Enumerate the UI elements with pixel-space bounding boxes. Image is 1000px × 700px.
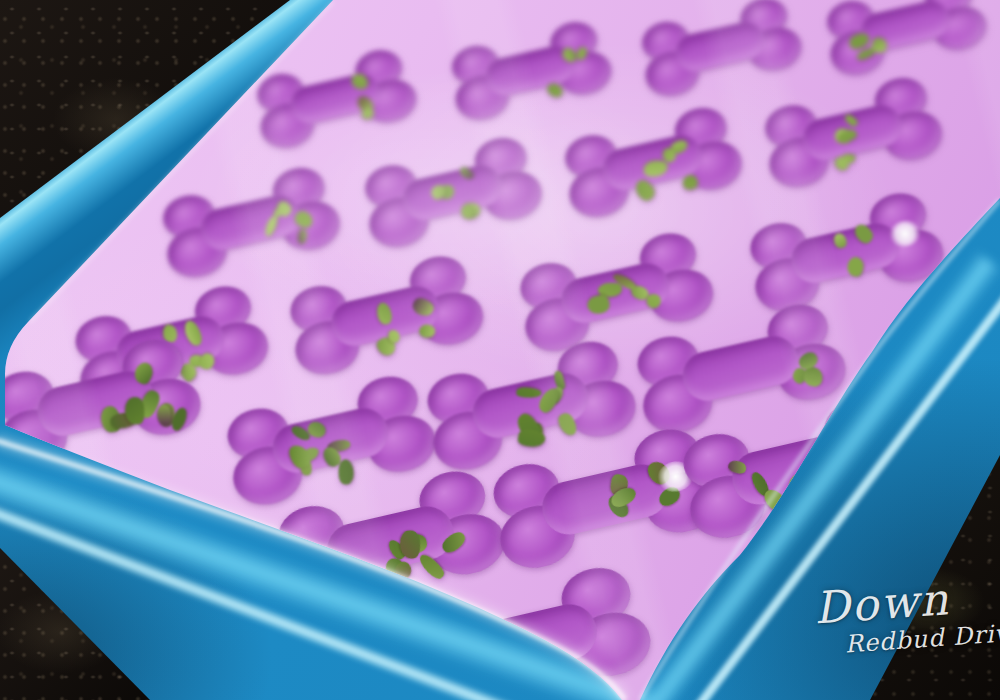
photo-kitchen-scene: Down Redbud Drive	[0, 0, 1000, 700]
bone-bar	[678, 332, 803, 406]
herb-leaf	[401, 531, 421, 559]
bone-bar	[197, 191, 303, 254]
bone-cavity-r1c3	[759, 74, 944, 190]
bone-cavity-r1c0	[157, 164, 342, 280]
bone-bar	[787, 219, 903, 287]
bone-cavity-r0c3	[822, 0, 988, 77]
bone-cavity-r1c2	[559, 104, 744, 220]
herb-leaf	[126, 397, 145, 424]
bone-cavity-r0c1	[447, 18, 613, 122]
bone-cavity-r0c2	[637, 0, 803, 98]
bone-cavity-r2c1	[284, 252, 486, 379]
herb-leaf	[418, 324, 435, 339]
herb-leaf	[157, 404, 172, 424]
bone-cavity-r0c0	[252, 46, 418, 150]
watermark: Down Redbud Drive	[813, 573, 1000, 658]
herb-leaf	[338, 459, 353, 485]
bone-bar	[268, 404, 393, 478]
bone-bar	[672, 19, 767, 75]
bone-cavity-r1c1	[359, 134, 544, 250]
